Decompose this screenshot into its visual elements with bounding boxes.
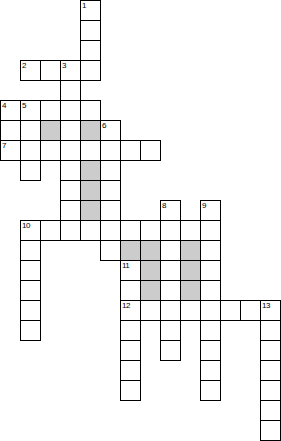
crossword-cell-r21c13[interactable] <box>260 420 281 441</box>
crossword-cell-r10c3[interactable] <box>60 200 81 221</box>
crossword-cell-r15c10[interactable] <box>200 300 221 321</box>
clue-number-8: 8 <box>162 201 166 210</box>
crossword-cell-r11c6[interactable] <box>120 220 141 241</box>
crossword-cell-r15c9[interactable] <box>180 300 201 321</box>
crossword-cell-r15c11[interactable] <box>220 300 241 321</box>
crossword-cell-r18c6[interactable] <box>120 360 141 381</box>
crossword-cell-r14c7-shaded[interactable] <box>140 280 161 301</box>
crossword-cell-r8c3[interactable] <box>60 160 81 181</box>
crossword-cell-r6c0[interactable] <box>0 120 21 141</box>
crossword-cell-r14c8[interactable] <box>160 280 181 301</box>
crossword-cell-r16c13[interactable] <box>260 320 281 341</box>
crossword-cell-r13c9-shaded[interactable] <box>180 260 201 281</box>
crossword-cell-r0c4[interactable]: 1 <box>80 0 101 21</box>
clue-number-1: 1 <box>82 1 86 10</box>
crossword-cell-r14c9-shaded[interactable] <box>180 280 201 301</box>
crossword-cell-r3c4[interactable] <box>80 60 101 81</box>
crossword-cell-r14c6[interactable] <box>120 280 141 301</box>
crossword-cell-r7c1[interactable] <box>20 140 41 161</box>
crossword-cell-r17c6[interactable] <box>120 340 141 361</box>
crossword-grid: 12345678910111213 <box>0 0 281 441</box>
crossword-cell-r13c8[interactable] <box>160 260 181 281</box>
crossword-cell-r17c13[interactable] <box>260 340 281 361</box>
crossword-cell-r7c5[interactable] <box>100 140 121 161</box>
crossword-cell-r12c7-shaded[interactable] <box>140 240 161 261</box>
clue-number-7: 7 <box>2 141 6 150</box>
crossword-cell-r19c10[interactable] <box>200 380 221 401</box>
crossword-cell-r11c2[interactable] <box>40 220 61 241</box>
crossword-cell-r5c4[interactable] <box>80 100 101 121</box>
clue-number-6: 6 <box>102 121 106 130</box>
crossword-cell-r11c9[interactable] <box>180 220 201 241</box>
crossword-cell-r6c1[interactable] <box>20 120 41 141</box>
crossword-cell-r8c1[interactable] <box>20 160 41 181</box>
crossword-cell-r19c13[interactable] <box>260 380 281 401</box>
clue-number-2: 2 <box>22 61 26 70</box>
crossword-cell-r13c1[interactable] <box>20 260 41 281</box>
crossword-cell-r11c8[interactable] <box>160 220 181 241</box>
crossword-cell-r17c8[interactable] <box>160 340 181 361</box>
crossword-cell-r16c6[interactable] <box>120 320 141 341</box>
crossword-cell-r5c1[interactable]: 5 <box>20 100 41 121</box>
crossword-cell-r7c2[interactable] <box>40 140 61 161</box>
crossword-cell-r3c1[interactable]: 2 <box>20 60 41 81</box>
crossword-cell-r10c5[interactable] <box>100 200 121 221</box>
crossword-cell-r9c4-shaded[interactable] <box>80 180 101 201</box>
crossword-cell-r5c3[interactable] <box>60 100 81 121</box>
crossword-cell-r14c10[interactable] <box>200 280 221 301</box>
crossword-cell-r7c3[interactable] <box>60 140 81 161</box>
crossword-cell-r9c5[interactable] <box>100 180 121 201</box>
crossword-cell-r5c0[interactable]: 4 <box>0 100 21 121</box>
crossword-cell-r6c3[interactable] <box>60 120 81 141</box>
crossword-cell-r12c10[interactable] <box>200 240 221 261</box>
crossword-cell-r11c7[interactable] <box>140 220 161 241</box>
crossword-cell-r15c13[interactable]: 13 <box>260 300 281 321</box>
crossword-cell-r11c3[interactable] <box>60 220 81 241</box>
crossword-cell-r9c3[interactable] <box>60 180 81 201</box>
crossword-cell-r1c4[interactable] <box>80 20 101 41</box>
crossword-cell-r7c0[interactable]: 7 <box>0 140 21 161</box>
crossword-cell-r6c5[interactable]: 6 <box>100 120 121 141</box>
crossword-cell-r8c4-shaded[interactable] <box>80 160 101 181</box>
crossword-cell-r3c3[interactable]: 3 <box>60 60 81 81</box>
crossword-cell-r12c6-shaded[interactable] <box>120 240 141 261</box>
crossword-cell-r12c9-shaded[interactable] <box>180 240 201 261</box>
crossword-cell-r15c8[interactable] <box>160 300 181 321</box>
crossword-cell-r12c8[interactable] <box>160 240 181 261</box>
clue-number-13: 13 <box>262 301 270 310</box>
crossword-cell-r4c3[interactable] <box>60 80 81 101</box>
clue-number-9: 9 <box>202 201 206 210</box>
crossword-cell-r14c1[interactable] <box>20 280 41 301</box>
crossword-cell-r13c6[interactable]: 11 <box>120 260 141 281</box>
crossword-cell-r12c1[interactable] <box>20 240 41 261</box>
crossword-cell-r3c2[interactable] <box>40 60 61 81</box>
crossword-cell-r20c13[interactable] <box>260 400 281 421</box>
crossword-cell-r6c2-shaded[interactable] <box>40 120 61 141</box>
crossword-cell-r10c4-shaded[interactable] <box>80 200 101 221</box>
crossword-cell-r16c1[interactable] <box>20 320 41 341</box>
crossword-cell-r16c8[interactable] <box>160 320 181 341</box>
clue-number-4: 4 <box>2 101 6 110</box>
crossword-cell-r11c10[interactable] <box>200 220 221 241</box>
crossword-cell-r11c1[interactable]: 10 <box>20 220 41 241</box>
clue-number-3: 3 <box>62 61 66 70</box>
crossword-cell-r10c10[interactable]: 9 <box>200 200 221 221</box>
crossword-cell-r15c1[interactable] <box>20 300 41 321</box>
crossword-cell-r7c7[interactable] <box>140 140 161 161</box>
crossword-cell-r8c5[interactable] <box>100 160 121 181</box>
crossword-cell-r10c8[interactable]: 8 <box>160 200 181 221</box>
crossword-cell-r15c6[interactable]: 12 <box>120 300 141 321</box>
crossword-cell-r19c6[interactable] <box>120 380 141 401</box>
crossword-cell-r11c4[interactable] <box>80 220 101 241</box>
crossword-cell-r11c5[interactable] <box>100 220 121 241</box>
crossword-cell-r7c4[interactable] <box>80 140 101 161</box>
crossword-cell-r15c12[interactable] <box>240 300 261 321</box>
clue-number-12: 12 <box>122 301 130 310</box>
crossword-cell-r6c4-shaded[interactable] <box>80 120 101 141</box>
crossword-cell-r5c2[interactable] <box>40 100 61 121</box>
crossword-cell-r16c10[interactable] <box>200 320 221 341</box>
crossword-cell-r15c7[interactable] <box>140 300 161 321</box>
crossword-cell-r18c10[interactable] <box>200 360 221 381</box>
crossword-cell-r13c7-shaded[interactable] <box>140 260 161 281</box>
crossword-cell-r7c6[interactable] <box>120 140 141 161</box>
crossword-cell-r2c4[interactable] <box>80 40 101 61</box>
crossword-cell-r12c5[interactable] <box>100 240 121 261</box>
crossword-cell-r18c13[interactable] <box>260 360 281 381</box>
crossword-cell-r13c10[interactable] <box>200 260 221 281</box>
clue-number-11: 11 <box>122 261 129 270</box>
clue-number-10: 10 <box>22 221 30 230</box>
crossword-cell-r17c10[interactable] <box>200 340 221 361</box>
clue-number-5: 5 <box>22 101 26 110</box>
